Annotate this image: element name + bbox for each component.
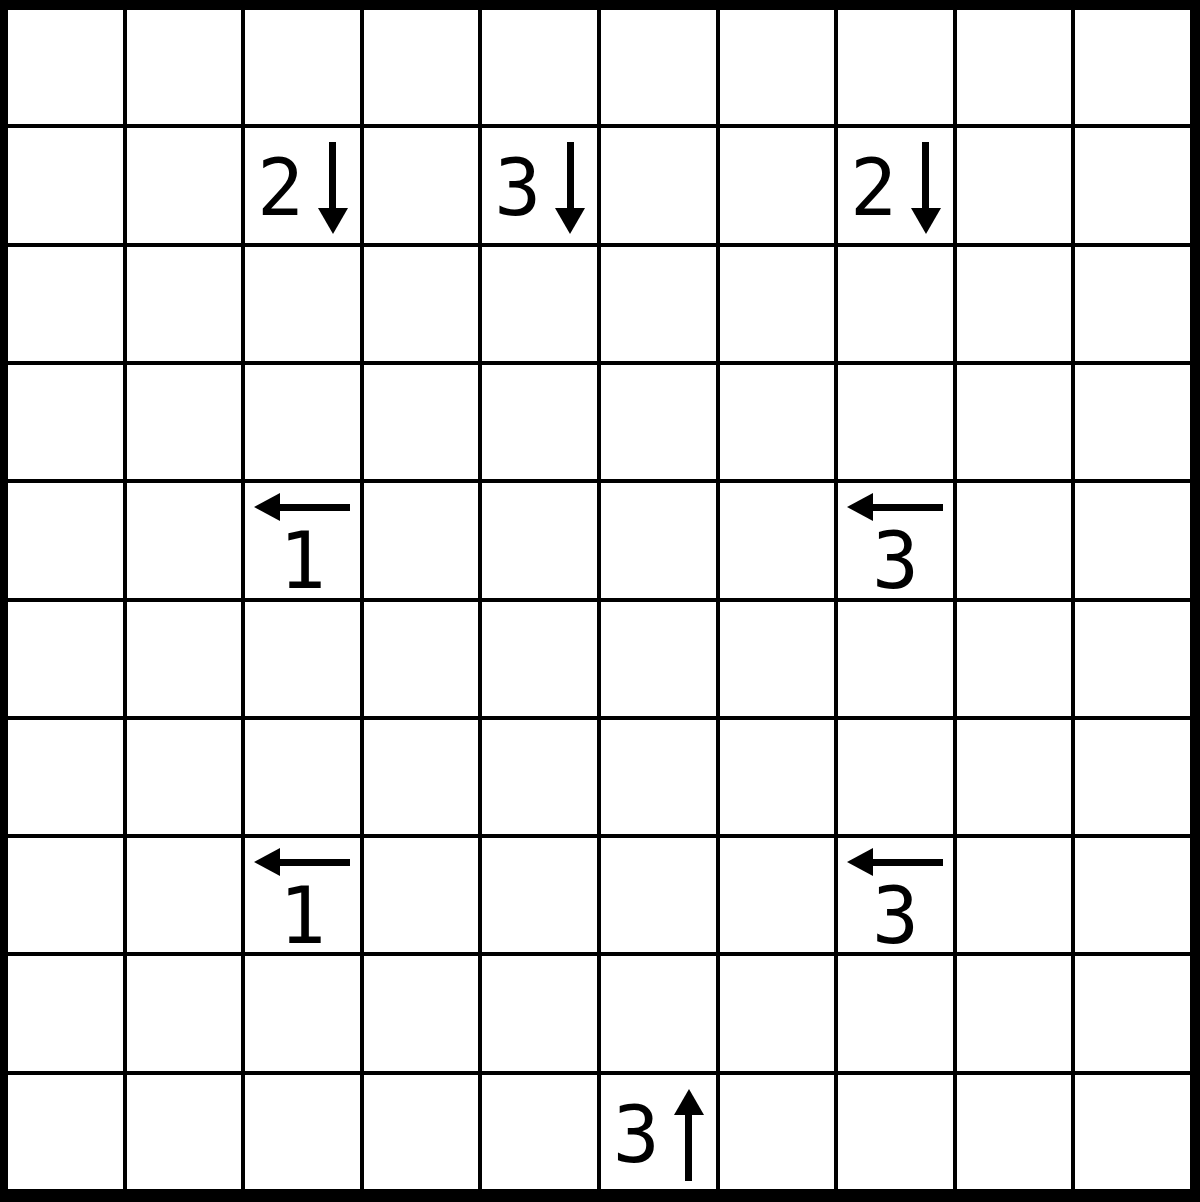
clue-number: 1 (279, 523, 326, 597)
cell-r1c7[interactable] (720, 10, 835, 124)
cell-r3c2[interactable] (127, 247, 242, 361)
cell-r9c3[interactable] (245, 956, 360, 1070)
clue-number: 3 (872, 523, 919, 597)
cell-r7c8[interactable] (838, 720, 953, 834)
arrow-left-icon (847, 493, 943, 521)
cell-r1c5[interactable] (482, 10, 597, 124)
cell-r10c7[interactable] (720, 1075, 835, 1189)
cell-r3c5[interactable] (482, 247, 597, 361)
cell-r10c8[interactable] (838, 1075, 953, 1189)
cell-r4c8[interactable] (838, 365, 953, 479)
cell-r5c5[interactable] (482, 483, 597, 597)
cell-r10c6[interactable]: 3 (601, 1075, 716, 1189)
clue-number: 3 (494, 150, 541, 226)
cell-r8c7[interactable] (720, 838, 835, 952)
cell-r9c6[interactable] (601, 956, 716, 1070)
cell-r9c5[interactable] (482, 956, 597, 1070)
cell-r1c6[interactable] (601, 10, 716, 124)
cell-r5c8[interactable]: 3 (838, 483, 953, 597)
cell-r6c8[interactable] (838, 602, 953, 716)
clue-3-left: 3 (847, 493, 943, 597)
clue-1-left: 1 (254, 848, 350, 952)
cell-r7c5[interactable] (482, 720, 597, 834)
cell-r9c9[interactable] (957, 956, 1072, 1070)
arrow-left-icon (847, 848, 943, 876)
cell-r6c2[interactable] (127, 602, 242, 716)
clue-number: 3 (613, 1097, 660, 1173)
clue-2-down: 2 (257, 142, 348, 234)
cell-r9c2[interactable] (127, 956, 242, 1070)
cell-r3c9[interactable] (957, 247, 1072, 361)
cell-r2c6[interactable] (601, 128, 716, 242)
cell-r1c1[interactable] (8, 10, 123, 124)
arrow-left-icon (254, 848, 350, 876)
cell-r2c8[interactable]: 2 (838, 128, 953, 242)
cell-r4c10[interactable] (1075, 365, 1190, 479)
clue-3-up: 3 (613, 1089, 704, 1181)
cell-r2c5[interactable]: 3 (482, 128, 597, 242)
arrow-left-icon (254, 493, 350, 521)
cell-r2c1[interactable] (8, 128, 123, 242)
clue-3-down: 3 (494, 142, 585, 234)
arrow-down-icon (911, 142, 941, 234)
cell-r3c8[interactable] (838, 247, 953, 361)
cell-r8c1[interactable] (8, 838, 123, 952)
cell-r1c3[interactable] (245, 10, 360, 124)
cell-r8c8[interactable]: 3 (838, 838, 953, 952)
cell-r5c3[interactable]: 1 (245, 483, 360, 597)
cell-r8c5[interactable] (482, 838, 597, 952)
cell-r5c1[interactable] (8, 483, 123, 597)
cell-r6c6[interactable] (601, 602, 716, 716)
cell-r1c8[interactable] (838, 10, 953, 124)
cell-r6c1[interactable] (8, 602, 123, 716)
cell-r9c10[interactable] (1075, 956, 1190, 1070)
cell-r7c3[interactable] (245, 720, 360, 834)
cell-r3c10[interactable] (1075, 247, 1190, 361)
arrow-up-icon (674, 1089, 704, 1181)
cell-r5c6[interactable] (601, 483, 716, 597)
cell-r5c2[interactable] (127, 483, 242, 597)
arrow-down-icon (555, 142, 585, 234)
cell-r7c6[interactable] (601, 720, 716, 834)
cell-r6c9[interactable] (957, 602, 1072, 716)
clue-number: 2 (850, 150, 897, 226)
cell-r8c2[interactable] (127, 838, 242, 952)
cell-r4c7[interactable] (720, 365, 835, 479)
cell-r10c5[interactable] (482, 1075, 597, 1189)
cell-r10c9[interactable] (957, 1075, 1072, 1189)
cell-r5c10[interactable] (1075, 483, 1190, 597)
cell-r1c2[interactable] (127, 10, 242, 124)
clue-number: 1 (279, 878, 326, 952)
cell-r8c4[interactable] (364, 838, 479, 952)
cell-r4c3[interactable] (245, 365, 360, 479)
cell-r1c9[interactable] (957, 10, 1072, 124)
cell-r10c1[interactable] (8, 1075, 123, 1189)
cell-r7c1[interactable] (8, 720, 123, 834)
cell-r5c9[interactable] (957, 483, 1072, 597)
cell-r5c7[interactable] (720, 483, 835, 597)
cell-r5c4[interactable] (364, 483, 479, 597)
cell-r1c10[interactable] (1075, 10, 1190, 124)
cell-r10c10[interactable] (1075, 1075, 1190, 1189)
cell-r3c4[interactable] (364, 247, 479, 361)
cell-r8c10[interactable] (1075, 838, 1190, 952)
cell-r8c6[interactable] (601, 838, 716, 952)
cell-r7c10[interactable] (1075, 720, 1190, 834)
cell-r6c5[interactable] (482, 602, 597, 716)
cell-r4c2[interactable] (127, 365, 242, 479)
cell-r1c4[interactable] (364, 10, 479, 124)
cell-r9c4[interactable] (364, 956, 479, 1070)
cell-r4c4[interactable] (364, 365, 479, 479)
cell-r7c2[interactable] (127, 720, 242, 834)
arrow-down-icon (318, 142, 348, 234)
cell-r3c6[interactable] (601, 247, 716, 361)
cell-r2c2[interactable] (127, 128, 242, 242)
cell-r6c10[interactable] (1075, 602, 1190, 716)
cell-r9c8[interactable] (838, 956, 953, 1070)
cell-r9c7[interactable] (720, 956, 835, 1070)
cell-r7c9[interactable] (957, 720, 1072, 834)
cell-r3c1[interactable] (8, 247, 123, 361)
cell-r2c9[interactable] (957, 128, 1072, 242)
clue-number: 2 (257, 150, 304, 226)
clue-3-left: 3 (847, 848, 943, 952)
puzzle-board: 23213133 (0, 0, 1200, 1202)
cell-r8c3[interactable]: 1 (245, 838, 360, 952)
cell-r6c4[interactable] (364, 602, 479, 716)
cell-r4c9[interactable] (957, 365, 1072, 479)
clue-1-left: 1 (254, 493, 350, 597)
clue-number: 3 (872, 878, 919, 952)
cell-r6c7[interactable] (720, 602, 835, 716)
cell-r2c4[interactable] (364, 128, 479, 242)
cell-r7c7[interactable] (720, 720, 835, 834)
clue-2-down: 2 (850, 142, 941, 234)
cell-r6c3[interactable] (245, 602, 360, 716)
cell-r10c2[interactable] (127, 1075, 242, 1189)
cell-r7c4[interactable] (364, 720, 479, 834)
cell-r3c7[interactable] (720, 247, 835, 361)
cell-r4c6[interactable] (601, 365, 716, 479)
cell-r4c5[interactable] (482, 365, 597, 479)
cell-r10c3[interactable] (245, 1075, 360, 1189)
cell-r8c9[interactable] (957, 838, 1072, 952)
cell-r2c7[interactable] (720, 128, 835, 242)
cell-r2c3[interactable]: 2 (245, 128, 360, 242)
cell-r9c1[interactable] (8, 956, 123, 1070)
cell-r4c1[interactable] (8, 365, 123, 479)
cell-r10c4[interactable] (364, 1075, 479, 1189)
cell-r3c3[interactable] (245, 247, 360, 361)
cell-r2c10[interactable] (1075, 128, 1190, 242)
